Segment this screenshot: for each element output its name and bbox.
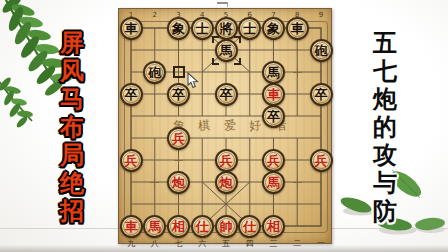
river-watermark-char: 爱 [223, 117, 237, 135]
piece-red-兵[interactable]: 兵 [262, 149, 285, 172]
piece-glyph: 相 [267, 220, 280, 233]
left-title-char: 局 [60, 141, 84, 169]
piece-glyph: 砲 [148, 66, 161, 79]
piece-glyph: 砲 [315, 44, 328, 57]
right-title-char: 攻 [373, 141, 397, 169]
piece-black-馬[interactable]: 馬 [215, 39, 238, 62]
right-title-char: 五 [373, 29, 397, 57]
piece-glyph: 兵 [125, 154, 138, 167]
right-title-char: 与 [373, 169, 397, 197]
piece-glyph: 馬 [148, 220, 161, 233]
left-title-char: 布 [60, 113, 84, 141]
piece-red-炮[interactable]: 炮 [167, 171, 190, 194]
piece-glyph: 士 [196, 22, 209, 35]
piece-glyph: 卒 [315, 88, 328, 101]
piece-red-兵[interactable]: 兵 [167, 127, 190, 150]
piece-black-象[interactable]: 象 [262, 17, 285, 40]
piece-glyph: 卒 [220, 88, 233, 101]
piece-black-士[interactable]: 士 [238, 17, 261, 40]
file-label-top: 9 [319, 11, 323, 19]
piece-red-相[interactable]: 相 [167, 215, 190, 238]
piece-black-馬[interactable]: 馬 [262, 61, 285, 84]
piece-glyph: 卒 [172, 88, 185, 101]
window-artifact [217, 2, 228, 7]
right-title: 五七炮的攻与防 [370, 29, 400, 225]
piece-glyph: 馬 [267, 176, 280, 189]
piece-black-卒[interactable]: 卒 [215, 83, 238, 106]
file-label-bottom: 三 [270, 238, 278, 249]
left-title-char: 风 [60, 57, 84, 85]
piece-red-兵[interactable]: 兵 [310, 149, 333, 172]
piece-red-仕[interactable]: 仕 [191, 215, 214, 238]
piece-glyph: 帥 [220, 220, 233, 233]
file-label-bottom: 五 [222, 238, 230, 249]
piece-red-馬[interactable]: 馬 [262, 171, 285, 194]
piece-red-帥[interactable]: 帥 [215, 215, 238, 238]
point-marker [174, 156, 183, 165]
piece-black-車[interactable]: 車 [286, 17, 309, 40]
piece-black-象[interactable]: 象 [167, 17, 190, 40]
river-watermark-char: 好 [248, 117, 262, 135]
piece-glyph: 士 [243, 22, 256, 35]
right-title-char: 炮 [373, 85, 397, 113]
piece-glyph: 卒 [125, 88, 138, 101]
piece-glyph: 將 [220, 22, 233, 35]
piece-glyph: 仕 [196, 220, 209, 233]
left-title-char: 屏 [60, 29, 84, 57]
piece-black-士[interactable]: 士 [191, 17, 214, 40]
piece-red-相[interactable]: 相 [262, 215, 285, 238]
left-title-char: 绝 [60, 169, 84, 197]
piece-glyph: 兵 [267, 154, 280, 167]
piece-red-車[interactable]: 車 [120, 215, 143, 238]
piece-glyph: 車 [125, 22, 138, 35]
file-label-bottom: 一 [317, 238, 325, 249]
file-label-top: 2 [153, 11, 157, 19]
piece-glyph: 象 [267, 22, 280, 35]
piece-red-炮[interactable]: 炮 [215, 171, 238, 194]
piece-red-仕[interactable]: 仕 [238, 215, 261, 238]
piece-red-馬[interactable]: 馬 [143, 215, 166, 238]
piece-black-將[interactable]: 將 [215, 17, 238, 40]
piece-black-砲[interactable]: 砲 [310, 39, 333, 62]
piece-red-兵[interactable]: 兵 [215, 149, 238, 172]
piece-black-卒[interactable]: 卒 [310, 83, 333, 106]
piece-glyph: 車 [267, 88, 280, 101]
right-title-char: 七 [373, 57, 397, 85]
piece-black-車[interactable]: 車 [120, 17, 143, 40]
piece-glyph: 馬 [267, 66, 280, 79]
piece-black-卒[interactable]: 卒 [120, 83, 143, 106]
piece-glyph: 兵 [220, 154, 233, 167]
piece-red-兵[interactable]: 兵 [120, 149, 143, 172]
piece-glyph: 仕 [243, 220, 256, 233]
point-marker [293, 68, 302, 77]
file-label-bottom: 七 [175, 238, 183, 249]
piece-glyph: 兵 [172, 132, 185, 145]
file-label-bottom: 八 [151, 238, 159, 249]
file-label-bottom: 四 [246, 238, 254, 249]
piece-glyph: 車 [125, 220, 138, 233]
point-marker [293, 178, 302, 187]
right-title-char: 的 [373, 113, 397, 141]
piece-black-卒[interactable]: 卒 [167, 83, 190, 106]
right-title-char: 防 [373, 197, 397, 225]
point-marker [150, 178, 159, 187]
last-move-origin-marker [173, 66, 185, 78]
piece-glyph: 兵 [315, 154, 328, 167]
video-frame: 123456789九八七六五四三二一象棋爱好者車象士將士象車馬砲砲馬卒卒卒卒卒車… [0, 0, 448, 252]
left-title-char: 马 [60, 85, 84, 113]
piece-glyph: 卒 [267, 110, 280, 123]
piece-glyph: 炮 [220, 176, 233, 189]
xiangqi-board[interactable]: 123456789九八七六五四三二一象棋爱好者車象士將士象車馬砲砲馬卒卒卒卒卒車… [118, 8, 332, 244]
piece-red-車[interactable]: 車 [262, 83, 285, 106]
piece-glyph: 馬 [220, 44, 233, 57]
piece-glyph: 相 [172, 220, 185, 233]
left-title-char: 招 [60, 197, 84, 225]
file-label-bottom: 九 [127, 238, 135, 249]
river-watermark-char: 棋 [198, 117, 212, 135]
file-label-bottom: 二 [293, 238, 301, 249]
piece-black-砲[interactable]: 砲 [143, 61, 166, 84]
piece-glyph: 象 [172, 22, 185, 35]
left-title: 屏风马布局绝招 [57, 29, 87, 225]
file-label-bottom: 六 [198, 238, 206, 249]
piece-glyph: 炮 [172, 176, 185, 189]
piece-black-卒[interactable]: 卒 [262, 105, 285, 128]
piece-glyph: 車 [291, 22, 304, 35]
